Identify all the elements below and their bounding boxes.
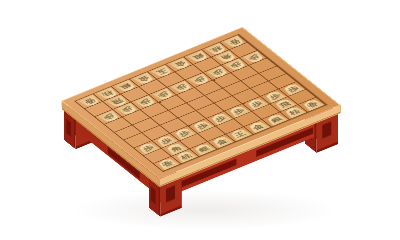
piece-kanji: 歩 (211, 114, 232, 125)
piece-kanji: 香 (303, 100, 324, 111)
piece-kanji: 金 (169, 59, 190, 70)
shogi-piece-sente[interactable]: 歩 (172, 127, 197, 140)
piece-kanji: 桂 (284, 107, 305, 118)
piece-kanji: 歩 (229, 106, 250, 117)
shogi-piece-sente[interactable]: 桂 (174, 150, 199, 163)
shogi-piece-sente[interactable]: 歩 (136, 141, 161, 154)
piece-kanji: 飛 (275, 99, 296, 110)
shogi-piece-sente[interactable]: 銀 (192, 142, 217, 155)
piece-kanji: 歩 (156, 136, 177, 147)
shogi-piece-sente[interactable]: 香 (300, 98, 325, 111)
floor-shadow (60, 188, 350, 232)
hoshi-dot (157, 101, 161, 103)
shogi-piece-sente[interactable]: 歩 (208, 112, 233, 125)
shogi-piece-gote[interactable]: 歩 (242, 51, 267, 64)
shogi-piece-sente[interactable]: 王 (228, 127, 253, 140)
shogi-piece-gote[interactable]: 銀 (186, 50, 211, 63)
piece-kanji: 歩 (152, 89, 173, 100)
piece-kanji: 銀 (266, 114, 287, 125)
piece-kanji: 歩 (170, 82, 191, 93)
shogi-piece-sente[interactable]: 歩 (190, 119, 215, 132)
shogi-piece-sente[interactable]: 金 (246, 120, 271, 133)
shogi-piece-sente[interactable]: 歩 (154, 134, 179, 147)
piece-kanji: 歩 (243, 52, 264, 63)
piece-kanji: 玉 (151, 66, 172, 77)
piece-kanji: 歩 (98, 111, 119, 122)
piece-kanji: 歩 (265, 91, 286, 102)
shogi-piece-gote[interactable]: 歩 (97, 110, 122, 123)
piece-kanji: 桂 (205, 44, 226, 55)
piece-kanji: 銀 (194, 144, 215, 155)
piece-kanji: 香 (158, 159, 179, 170)
piece-kanji: 銀 (115, 81, 136, 92)
shogi-piece-gote[interactable]: 玉 (150, 65, 175, 78)
piece-kanji: 歩 (192, 121, 213, 132)
piece-kanji: 銀 (187, 51, 208, 62)
shogi-piece-sente[interactable]: 歩 (281, 82, 306, 95)
shogi-piece-gote[interactable]: 歩 (187, 73, 212, 86)
hoshi-dot (187, 125, 191, 127)
piece-kanji: 歩 (247, 99, 268, 110)
shogi-piece-sente[interactable]: 飛 (272, 98, 297, 111)
shogi-piece-gote[interactable]: 歩 (205, 66, 230, 79)
shogi-piece-gote[interactable]: 金 (131, 72, 156, 85)
piece-kanji: 角 (166, 144, 187, 155)
shogi-piece-gote[interactable]: 香 (222, 35, 247, 48)
piece-kanji: 香 (78, 96, 99, 107)
piece-kanji: 歩 (189, 74, 210, 85)
piece-kanji: 歩 (134, 96, 155, 107)
shogi-piece-gote[interactable]: 金 (168, 58, 193, 71)
piece-kanji: 金 (212, 137, 233, 148)
shogi-piece-gote[interactable]: 銀 (113, 80, 138, 93)
shogi-piece-gote[interactable]: 歩 (151, 88, 176, 101)
shogi-board: 香桂銀金玉金銀桂香飛角歩歩歩歩歩歩歩歩歩歩歩歩歩歩歩歩歩歩角飛香桂銀金王金銀桂香 (62, 27, 341, 179)
shogi-piece-sente[interactable]: 金 (210, 135, 235, 148)
piece-kanji: 桂 (176, 151, 197, 162)
shogi-piece-sente[interactable]: 桂 (282, 105, 307, 118)
piece-kanji: 歩 (174, 128, 195, 139)
piece-kanji: 歩 (207, 67, 228, 78)
shogi-piece-sente[interactable]: 歩 (245, 97, 270, 110)
shogi-piece-gote[interactable]: 歩 (133, 95, 158, 108)
piece-kanji: 歩 (283, 84, 304, 95)
shogi-piece-sente[interactable]: 香 (155, 157, 180, 170)
shogi-piece-sente[interactable]: 角 (164, 142, 189, 155)
piece-kanji: 香 (223, 37, 244, 48)
shogi-piece-sente[interactable]: 歩 (226, 104, 251, 117)
scene: 香桂銀金玉金銀桂香飛角歩歩歩歩歩歩歩歩歩歩歩歩歩歩歩歩歩歩角飛香桂銀金王金銀桂香 (0, 0, 400, 240)
piece-kanji: 王 (230, 129, 251, 140)
piece-kanji: 桂 (97, 88, 118, 99)
piece-kanji: 歩 (138, 143, 159, 154)
hoshi-dot (212, 79, 216, 81)
hoshi-dot (241, 103, 245, 105)
piece-kanji: 金 (248, 122, 269, 133)
shogi-piece-sente[interactable]: 銀 (264, 113, 289, 126)
shogi-piece-gote[interactable]: 歩 (169, 81, 194, 94)
shogi-piece-gote[interactable]: 香 (77, 95, 102, 108)
piece-kanji: 金 (133, 73, 154, 84)
shogi-piece-sente[interactable]: 歩 (263, 90, 288, 103)
